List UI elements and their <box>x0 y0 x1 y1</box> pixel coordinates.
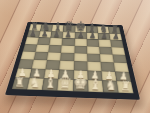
square-g5[interactable] <box>99 47 112 55</box>
piece-wB-c1[interactable]: ♝ <box>44 76 57 91</box>
piece-wR-a1[interactable]: ♜ <box>15 77 26 90</box>
square-h4[interactable] <box>112 55 127 64</box>
square-g4[interactable] <box>100 54 114 63</box>
square-h1[interactable]: ♜ <box>116 81 133 93</box>
square-g1[interactable]: ♞ <box>102 81 118 93</box>
square-h7[interactable]: ♟ <box>109 34 122 41</box>
piece-wQ-d1[interactable]: ♛ <box>58 75 72 92</box>
square-f5[interactable] <box>87 46 100 54</box>
square-c4[interactable] <box>47 52 61 61</box>
square-h5[interactable] <box>111 47 125 55</box>
square-d1[interactable]: ♛ <box>58 79 74 91</box>
piece-wN-b1[interactable]: ♞ <box>29 76 41 90</box>
square-c1[interactable]: ♝ <box>42 78 58 90</box>
square-d5[interactable] <box>61 45 74 53</box>
square-b1[interactable]: ♞ <box>27 78 44 90</box>
square-c7[interactable]: ♟ <box>51 31 64 38</box>
scene: ♜♞♝♛♚♝♞♜♟♟♟♟♟♟♟♟♟♟♟♟♟♟♟♟♜♞♝♛♚♝♞♜ <box>0 0 150 113</box>
chess-board: ♜♞♝♛♚♝♞♜♟♟♟♟♟♟♟♟♟♟♟♟♟♟♟♟♜♞♝♛♚♝♞♜ <box>12 24 134 93</box>
piece-wK-e1[interactable]: ♚ <box>73 74 88 92</box>
square-f1[interactable]: ♝ <box>88 80 104 92</box>
square-e5[interactable] <box>74 46 87 54</box>
piece-wN-g1[interactable]: ♞ <box>105 79 117 93</box>
piece-wR-h1[interactable]: ♜ <box>120 81 131 94</box>
square-e1[interactable]: ♚ <box>73 79 88 91</box>
piece-bP-h7[interactable]: ♟ <box>112 32 119 41</box>
chess-board-frame: ♜♞♝♛♚♝♞♜♟♟♟♟♟♟♟♟♟♟♟♟♟♟♟♟♜♞♝♛♚♝♞♜ <box>5 22 140 100</box>
piece-wB-f1[interactable]: ♝ <box>89 77 102 92</box>
